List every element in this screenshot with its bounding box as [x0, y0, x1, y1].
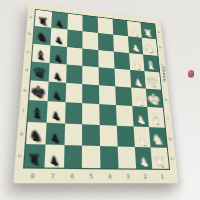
square-f4[interactable]: [99, 104, 116, 125]
rank-label: 6: [70, 173, 74, 180]
square-g6[interactable]: [64, 123, 82, 145]
square-e5[interactable]: [82, 84, 99, 104]
square-g4[interactable]: [100, 125, 118, 147]
file-label: b: [159, 45, 162, 49]
square-b4[interactable]: [98, 33, 114, 51]
rank-label: 3: [126, 173, 130, 180]
file-label: e: [23, 87, 26, 92]
square-a3[interactable]: [112, 19, 127, 36]
square-a6[interactable]: [67, 14, 83, 32]
rank-label: 4: [108, 173, 112, 180]
square-b6[interactable]: [67, 30, 83, 48]
rank-label: 7: [51, 172, 55, 179]
square-e3[interactable]: [115, 86, 132, 106]
square-b5[interactable]: [83, 31, 99, 49]
square-h1[interactable]: ♜: [151, 147, 169, 169]
file-label: e: [165, 97, 168, 102]
file-label: a: [29, 15, 32, 19]
square-d6[interactable]: [66, 64, 83, 84]
white-rook[interactable]: ♜: [152, 139, 170, 169]
square-h8[interactable]: ♜: [24, 144, 45, 168]
square-d3[interactable]: [114, 68, 130, 87]
black-rook[interactable]: ♜: [25, 135, 44, 168]
square-a4[interactable]: [98, 17, 113, 34]
rank-label: 5: [90, 173, 94, 180]
square-h3[interactable]: [117, 146, 135, 168]
pink-object: [188, 70, 194, 77]
square-c6[interactable]: [66, 47, 83, 66]
white-pawn[interactable]: ♟: [135, 138, 153, 168]
square-f3[interactable]: [116, 105, 133, 126]
file-label: f: [22, 108, 24, 113]
file-label: h: [171, 156, 174, 161]
square-f6[interactable]: [65, 102, 83, 123]
black-pawn[interactable]: ♟: [44, 135, 63, 167]
file-label: h: [18, 153, 22, 159]
file-label: d: [25, 68, 28, 73]
square-e4[interactable]: [99, 85, 116, 105]
square-e6[interactable]: [65, 83, 82, 104]
file-label: g: [20, 130, 23, 136]
square-f5[interactable]: [82, 103, 99, 124]
square-a5[interactable]: [83, 16, 98, 34]
square-d4[interactable]: [99, 67, 115, 86]
file-label: f: [167, 116, 169, 121]
rank-label: 1: [160, 173, 164, 180]
file-label: a: [158, 30, 160, 34]
square-g5[interactable]: [82, 124, 100, 146]
square-h7[interactable]: ♟: [44, 144, 64, 168]
chess-board: ♜♟♟♜♞♟♟♞♝♟♟♝♛♟♟♛♚♟♟♚♝♟♟♝♞♟♟♞♜♟♟♜ 8765432…: [13, 3, 178, 183]
file-label: c: [27, 49, 30, 54]
square-b3[interactable]: [113, 35, 129, 53]
square-h5[interactable]: [82, 145, 100, 168]
rank-label: 8: [31, 172, 35, 179]
square-d5[interactable]: [82, 66, 98, 86]
square-c5[interactable]: [83, 48, 99, 67]
table-photo: ♜♟♟♜♞♟♟♞♝♟♟♝♛♟♟♛♚♟♟♚♝♟♟♝♞♟♟♞♜♟♟♜ 8765432…: [0, 0, 200, 200]
square-h6[interactable]: [63, 145, 82, 168]
file-label: b: [28, 31, 31, 36]
rank-label: 2: [143, 173, 147, 180]
rank-coordinates: 87654321: [22, 171, 171, 181]
square-h2[interactable]: ♟: [134, 147, 152, 169]
square-c4[interactable]: [98, 50, 114, 69]
square-g3[interactable]: [117, 125, 135, 146]
board-grid: ♜♟♟♜♞♟♟♞♝♟♟♝♛♟♟♛♚♟♟♚♝♟♟♝♞♟♟♞♜♟♟♜: [23, 9, 170, 170]
square-c3[interactable]: [114, 51, 130, 69]
square-h4[interactable]: [100, 146, 118, 169]
